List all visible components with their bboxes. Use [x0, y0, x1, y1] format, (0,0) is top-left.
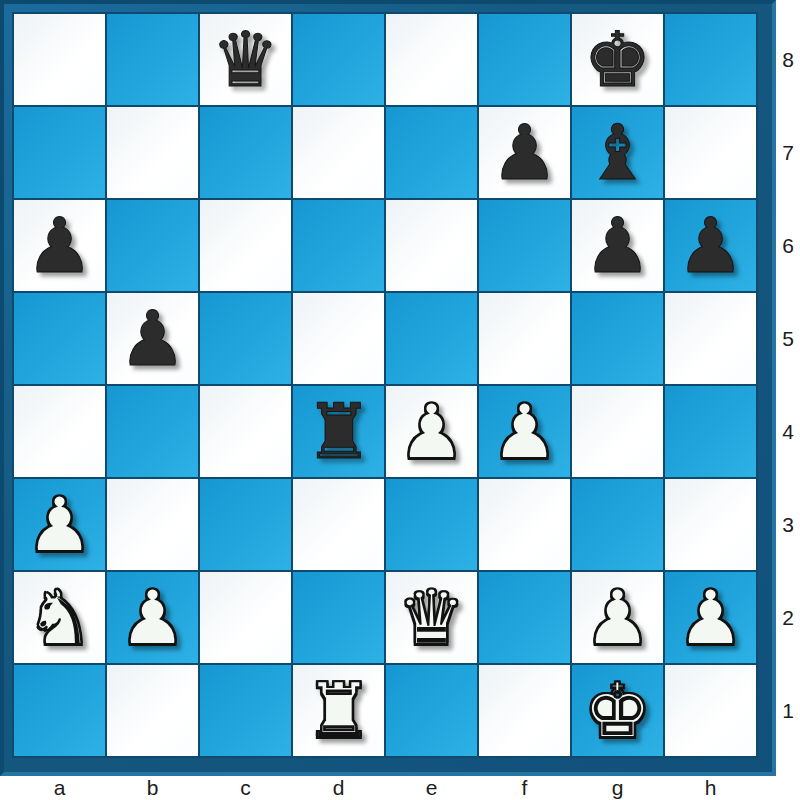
file-label-g: g — [572, 776, 663, 800]
square-e8[interactable] — [386, 14, 477, 105]
square-a4[interactable] — [14, 386, 105, 477]
file-label-c: c — [200, 776, 291, 800]
piece-white-pawn[interactable]: ♟ — [490, 386, 558, 477]
rank-label-5: 5 — [777, 293, 799, 384]
piece-white-queen[interactable]: ♛ — [397, 572, 465, 663]
square-d8[interactable] — [293, 14, 384, 105]
square-e3[interactable] — [386, 479, 477, 570]
file-labels: abcdefgh — [14, 776, 756, 800]
square-d3[interactable] — [293, 479, 384, 570]
file-label-e: e — [386, 776, 477, 800]
rank-label-7: 7 — [777, 107, 799, 198]
rank-label-3: 3 — [777, 479, 799, 570]
square-a7[interactable] — [14, 107, 105, 198]
piece-black-king[interactable]: ♚ — [583, 14, 651, 105]
square-h7[interactable] — [665, 107, 756, 198]
piece-black-pawn[interactable]: ♟ — [490, 107, 558, 198]
square-b1[interactable] — [107, 665, 198, 756]
file-label-a: a — [14, 776, 105, 800]
square-f4[interactable]: ♟ — [479, 386, 570, 477]
piece-black-rook[interactable]: ♜ — [304, 386, 372, 477]
square-a1[interactable] — [14, 665, 105, 756]
piece-black-pawn[interactable]: ♟ — [118, 293, 186, 384]
piece-black-queen[interactable]: ♛ — [211, 14, 279, 105]
piece-black-pawn[interactable]: ♟ — [676, 200, 744, 291]
piece-black-pawn[interactable]: ♟ — [25, 200, 93, 291]
rank-labels: 87654321 — [777, 14, 799, 756]
square-e7[interactable] — [386, 107, 477, 198]
square-b6[interactable] — [107, 200, 198, 291]
square-f1[interactable] — [479, 665, 570, 756]
piece-white-pawn[interactable]: ♟ — [397, 386, 465, 477]
piece-white-knight[interactable]: ♞ — [25, 572, 93, 663]
square-g2[interactable]: ♟ — [572, 572, 663, 663]
square-b5[interactable]: ♟ — [107, 293, 198, 384]
square-e4[interactable]: ♟ — [386, 386, 477, 477]
square-b8[interactable] — [107, 14, 198, 105]
square-f8[interactable] — [479, 14, 570, 105]
square-h8[interactable] — [665, 14, 756, 105]
square-a8[interactable] — [14, 14, 105, 105]
square-b2[interactable]: ♟ — [107, 572, 198, 663]
square-c1[interactable] — [200, 665, 291, 756]
square-g6[interactable]: ♟ — [572, 200, 663, 291]
square-c3[interactable] — [200, 479, 291, 570]
rank-label-8: 8 — [777, 14, 799, 105]
square-d1[interactable]: ♜ — [293, 665, 384, 756]
square-h3[interactable] — [665, 479, 756, 570]
rank-label-1: 1 — [777, 665, 799, 756]
square-a5[interactable] — [14, 293, 105, 384]
square-h5[interactable] — [665, 293, 756, 384]
square-f7[interactable]: ♟ — [479, 107, 570, 198]
piece-white-king[interactable]: ♚ — [583, 665, 651, 756]
file-label-d: d — [293, 776, 384, 800]
square-e6[interactable] — [386, 200, 477, 291]
square-c6[interactable] — [200, 200, 291, 291]
file-label-f: f — [479, 776, 570, 800]
file-label-h: h — [665, 776, 756, 800]
square-d5[interactable] — [293, 293, 384, 384]
square-g1[interactable]: ♚ — [572, 665, 663, 756]
square-b7[interactable] — [107, 107, 198, 198]
square-f3[interactable] — [479, 479, 570, 570]
piece-white-pawn[interactable]: ♟ — [676, 572, 744, 663]
file-label-b: b — [107, 776, 198, 800]
square-d4[interactable]: ♜ — [293, 386, 384, 477]
square-g7[interactable]: ♝ — [572, 107, 663, 198]
square-d6[interactable] — [293, 200, 384, 291]
square-a6[interactable]: ♟ — [14, 200, 105, 291]
piece-white-pawn[interactable]: ♟ — [118, 572, 186, 663]
board-grid: ♛♚♟♝♟♟♟♟♜♟♟♟♞♟♛♟♟♜♚ — [12, 12, 758, 758]
square-e1[interactable] — [386, 665, 477, 756]
square-h4[interactable] — [665, 386, 756, 477]
square-d7[interactable] — [293, 107, 384, 198]
square-a2[interactable]: ♞ — [14, 572, 105, 663]
piece-black-bishop[interactable]: ♝ — [583, 107, 651, 198]
piece-white-pawn[interactable]: ♟ — [25, 479, 93, 570]
square-f6[interactable] — [479, 200, 570, 291]
square-b4[interactable] — [107, 386, 198, 477]
square-d2[interactable] — [293, 572, 384, 663]
square-c8[interactable]: ♛ — [200, 14, 291, 105]
piece-white-pawn[interactable]: ♟ — [583, 572, 651, 663]
square-a3[interactable]: ♟ — [14, 479, 105, 570]
piece-white-rook[interactable]: ♜ — [304, 665, 372, 756]
square-c2[interactable] — [200, 572, 291, 663]
square-e5[interactable] — [386, 293, 477, 384]
chessboard-diagram: ♛♚♟♝♟♟♟♟♜♟♟♟♞♟♛♟♟♜♚ abcdefgh 87654321 — [0, 0, 800, 800]
square-g5[interactable] — [572, 293, 663, 384]
square-c5[interactable] — [200, 293, 291, 384]
rank-label-2: 2 — [777, 572, 799, 663]
square-c7[interactable] — [200, 107, 291, 198]
square-h6[interactable]: ♟ — [665, 200, 756, 291]
square-c4[interactable] — [200, 386, 291, 477]
square-f5[interactable] — [479, 293, 570, 384]
square-g3[interactable] — [572, 479, 663, 570]
square-g8[interactable]: ♚ — [572, 14, 663, 105]
rank-label-4: 4 — [777, 386, 799, 477]
square-h2[interactable]: ♟ — [665, 572, 756, 663]
rank-label-6: 6 — [777, 200, 799, 291]
square-e2[interactable]: ♛ — [386, 572, 477, 663]
square-g4[interactable] — [572, 386, 663, 477]
piece-black-pawn[interactable]: ♟ — [583, 200, 651, 291]
square-b3[interactable] — [107, 479, 198, 570]
square-f2[interactable] — [479, 572, 570, 663]
square-h1[interactable] — [665, 665, 756, 756]
